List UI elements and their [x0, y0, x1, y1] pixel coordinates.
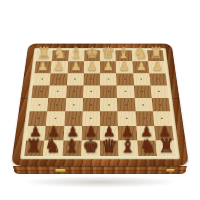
square-f2[interactable]: ♟ [67, 61, 84, 73]
piece-dark-bishop[interactable]: ♝ [119, 136, 138, 155]
chess-board: ♜♞♝♚♛♝♞♜♟♟♟♟♟♟♟♟♟♟♟♟♟♟♟♟♜♞♝♚♛♝♞♜ [24, 50, 175, 156]
square-a5[interactable] [151, 98, 170, 111]
square-f8[interactable]: ♝ [62, 140, 81, 156]
square-a4[interactable] [150, 85, 168, 98]
square-h2[interactable]: ♟ [34, 61, 51, 73]
square-e4[interactable] [83, 85, 100, 98]
square-g4[interactable] [49, 85, 67, 98]
piece-light-pawn[interactable]: ♟ [67, 60, 83, 73]
square-d4[interactable] [100, 85, 117, 98]
piece-light-pawn[interactable]: ♟ [35, 60, 51, 73]
square-h8[interactable]: ♜ [24, 140, 44, 156]
square-f3[interactable] [66, 73, 83, 85]
square-c5[interactable] [117, 98, 135, 111]
square-b5[interactable] [134, 98, 152, 111]
square-b8[interactable]: ♞ [137, 140, 157, 156]
square-c2[interactable]: ♟ [116, 61, 133, 73]
square-d8[interactable]: ♛ [100, 140, 119, 156]
square-b2[interactable]: ♟ [132, 61, 149, 73]
box-fold-seam [172, 98, 179, 99]
square-c4[interactable] [117, 85, 135, 98]
piece-dark-king[interactable]: ♚ [81, 136, 100, 155]
square-e2[interactable]: ♟ [84, 61, 100, 73]
piece-light-pawn[interactable]: ♟ [116, 60, 132, 73]
square-a2[interactable]: ♟ [148, 61, 165, 73]
square-h4[interactable] [31, 85, 49, 98]
piece-dark-queen[interactable]: ♛ [100, 136, 119, 155]
piece-light-pawn[interactable]: ♟ [133, 60, 149, 73]
square-h3[interactable] [33, 73, 51, 85]
box-front-side [13, 166, 187, 174]
piece-light-pawn[interactable]: ♟ [84, 60, 100, 73]
ground-shadow [22, 176, 178, 188]
piece-dark-rook[interactable]: ♜ [157, 136, 176, 155]
square-g3[interactable] [50, 73, 68, 85]
square-d3[interactable] [100, 73, 117, 85]
piece-dark-knight[interactable]: ♞ [43, 136, 62, 155]
board-border: ♜♞♝♚♛♝♞♜♟♟♟♟♟♟♟♟♟♟♟♟♟♟♟♟♜♞♝♚♛♝♞♜ [20, 48, 180, 159]
chess-set-photo: ♜♞♝♚♛♝♞♜♟♟♟♟♟♟♟♟♟♟♟♟♟♟♟♟♜♞♝♚♛♝♞♜ [0, 0, 200, 200]
wooden-board-box: ♜♞♝♚♛♝♞♜♟♟♟♟♟♟♟♟♟♟♟♟♟♟♟♟♜♞♝♚♛♝♞♜ [11, 44, 189, 166]
square-c3[interactable] [116, 73, 133, 85]
square-f5[interactable] [65, 98, 83, 111]
piece-dark-knight[interactable]: ♞ [138, 136, 157, 155]
square-c8[interactable]: ♝ [118, 140, 137, 156]
square-g2[interactable]: ♟ [51, 61, 68, 73]
square-b4[interactable] [134, 85, 152, 98]
brass-hinge-icon [55, 169, 65, 172]
piece-dark-bishop[interactable]: ♝ [62, 136, 81, 155]
square-a8[interactable]: ♜ [155, 140, 175, 156]
square-h5[interactable] [30, 98, 49, 111]
square-d2[interactable]: ♟ [100, 61, 116, 73]
square-g8[interactable]: ♞ [43, 140, 63, 156]
square-e5[interactable] [82, 98, 100, 111]
brass-latch-icon [166, 169, 174, 172]
piece-light-pawn[interactable]: ♟ [100, 60, 116, 73]
square-d5[interactable] [100, 98, 118, 111]
square-g5[interactable] [47, 98, 65, 111]
square-e8[interactable]: ♚ [81, 140, 100, 156]
square-f4[interactable] [66, 85, 84, 98]
square-b3[interactable] [133, 73, 151, 85]
piece-light-pawn[interactable]: ♟ [149, 60, 165, 73]
piece-light-pawn[interactable]: ♟ [51, 60, 67, 73]
square-e3[interactable] [83, 73, 100, 85]
piece-dark-rook[interactable]: ♜ [24, 136, 43, 155]
square-a3[interactable] [149, 73, 167, 85]
